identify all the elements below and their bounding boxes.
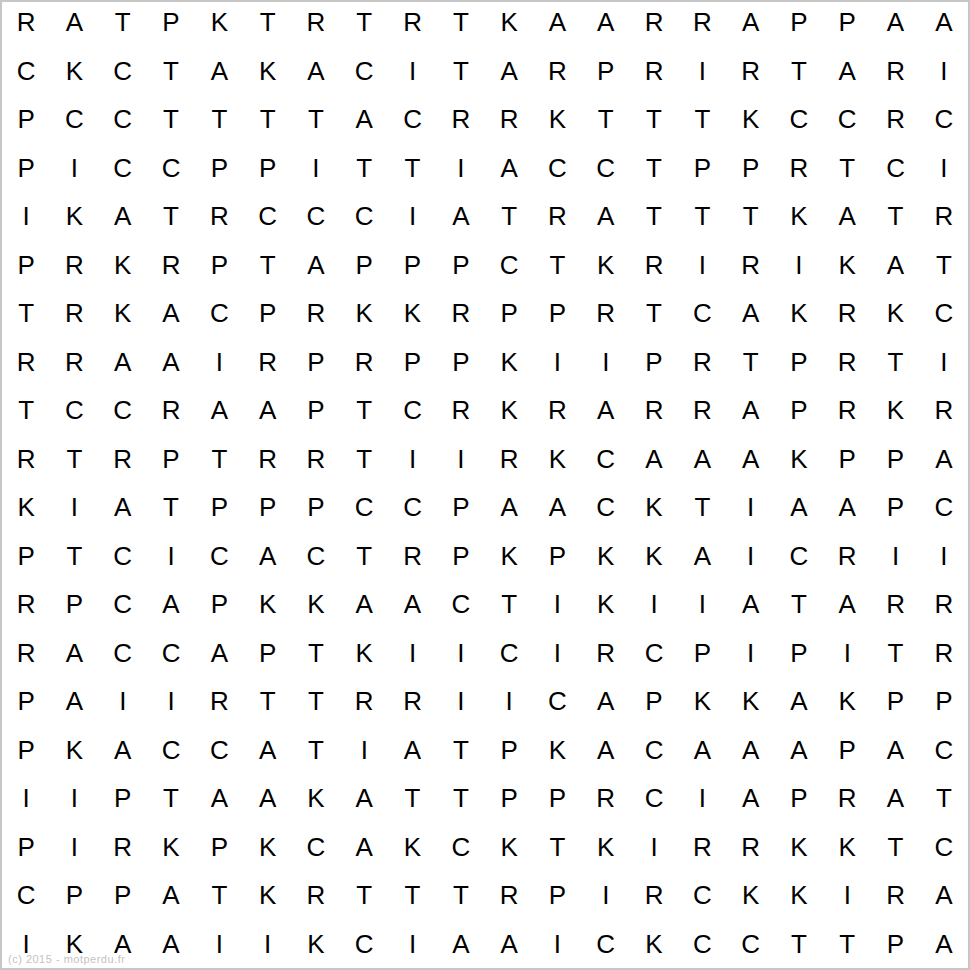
grid-cell[interactable]: C [630, 629, 678, 678]
grid-cell[interactable]: T [871, 629, 919, 678]
grid-cell[interactable]: P [823, 435, 871, 484]
grid-cell[interactable]: P [195, 823, 243, 872]
grid-cell[interactable]: P [630, 338, 678, 387]
grid-cell[interactable]: T [437, 726, 485, 775]
grid-cell[interactable]: I [823, 871, 871, 920]
grid-cell[interactable]: T [437, 774, 485, 823]
grid-cell[interactable]: R [871, 95, 919, 144]
grid-cell[interactable]: P [437, 483, 485, 532]
grid-cell[interactable]: I [2, 774, 50, 823]
grid-cell[interactable]: P [775, 386, 823, 435]
grid-cell[interactable]: I [147, 532, 195, 581]
grid-cell[interactable]: A [485, 920, 533, 969]
grid-cell[interactable]: P [871, 435, 919, 484]
grid-cell[interactable]: I [437, 435, 485, 484]
grid-cell[interactable]: R [147, 241, 195, 290]
grid-cell[interactable]: I [533, 338, 581, 387]
grid-cell[interactable]: I [99, 677, 147, 726]
grid-cell[interactable]: I [871, 532, 919, 581]
grid-cell[interactable]: R [678, 0, 726, 47]
grid-cell[interactable]: T [388, 144, 436, 193]
grid-cell[interactable]: C [920, 823, 968, 872]
grid-cell[interactable]: I [823, 629, 871, 678]
grid-cell[interactable]: R [871, 871, 919, 920]
grid-cell[interactable]: A [147, 289, 195, 338]
grid-cell[interactable]: T [243, 0, 291, 47]
grid-cell[interactable]: C [99, 95, 147, 144]
grid-cell[interactable]: R [775, 144, 823, 193]
grid-cell[interactable]: R [726, 47, 774, 96]
grid-cell[interactable]: P [485, 774, 533, 823]
grid-cell[interactable]: C [678, 289, 726, 338]
grid-cell[interactable]: P [533, 871, 581, 920]
grid-cell[interactable]: A [485, 47, 533, 96]
grid-cell[interactable]: A [147, 920, 195, 969]
grid-cell[interactable]: T [388, 871, 436, 920]
grid-cell[interactable]: R [582, 629, 630, 678]
grid-cell[interactable]: P [99, 871, 147, 920]
grid-cell[interactable]: R [195, 192, 243, 241]
grid-cell[interactable]: I [388, 920, 436, 969]
grid-cell[interactable]: P [243, 483, 291, 532]
grid-cell[interactable]: P [292, 386, 340, 435]
grid-cell[interactable]: A [920, 0, 968, 47]
grid-cell[interactable]: P [533, 774, 581, 823]
grid-cell[interactable]: R [388, 677, 436, 726]
grid-cell[interactable]: K [485, 532, 533, 581]
grid-cell[interactable]: I [388, 435, 436, 484]
grid-cell[interactable]: T [195, 871, 243, 920]
grid-cell[interactable]: P [871, 483, 919, 532]
grid-cell[interactable]: A [726, 580, 774, 629]
grid-cell[interactable]: R [2, 629, 50, 678]
grid-cell[interactable]: K [340, 289, 388, 338]
grid-cell[interactable]: R [533, 47, 581, 96]
grid-cell[interactable]: I [920, 338, 968, 387]
grid-cell[interactable]: T [726, 338, 774, 387]
grid-cell[interactable]: C [147, 144, 195, 193]
grid-cell[interactable]: A [582, 726, 630, 775]
grid-cell[interactable]: P [2, 241, 50, 290]
grid-cell[interactable]: A [871, 0, 919, 47]
grid-cell[interactable]: A [582, 0, 630, 47]
grid-cell[interactable]: A [388, 580, 436, 629]
grid-cell[interactable]: R [630, 386, 678, 435]
grid-cell[interactable]: T [775, 920, 823, 969]
grid-cell[interactable]: P [437, 532, 485, 581]
grid-cell[interactable]: I [533, 920, 581, 969]
grid-cell[interactable]: A [99, 726, 147, 775]
grid-cell[interactable]: T [2, 386, 50, 435]
grid-cell[interactable]: K [292, 920, 340, 969]
grid-cell[interactable]: P [2, 532, 50, 581]
grid-cell[interactable]: K [775, 435, 823, 484]
grid-cell[interactable]: R [50, 241, 98, 290]
grid-cell[interactable]: C [99, 144, 147, 193]
grid-cell[interactable]: T [340, 386, 388, 435]
grid-cell[interactable]: K [582, 823, 630, 872]
grid-cell[interactable]: K [726, 871, 774, 920]
grid-cell[interactable]: P [243, 289, 291, 338]
grid-cell[interactable]: K [630, 920, 678, 969]
grid-cell[interactable]: A [775, 726, 823, 775]
grid-cell[interactable]: K [292, 580, 340, 629]
grid-cell[interactable]: A [533, 483, 581, 532]
grid-cell[interactable]: C [292, 192, 340, 241]
grid-cell[interactable]: A [50, 677, 98, 726]
grid-cell[interactable]: T [292, 629, 340, 678]
grid-cell[interactable]: C [147, 726, 195, 775]
grid-cell[interactable]: R [388, 0, 436, 47]
grid-cell[interactable]: A [147, 338, 195, 387]
grid-cell[interactable]: A [582, 386, 630, 435]
grid-cell[interactable]: A [292, 47, 340, 96]
grid-cell[interactable]: P [775, 0, 823, 47]
grid-cell[interactable]: A [437, 192, 485, 241]
grid-cell[interactable]: I [50, 823, 98, 872]
grid-cell[interactable]: I [2, 192, 50, 241]
grid-cell[interactable]: R [340, 338, 388, 387]
grid-cell[interactable]: R [582, 289, 630, 338]
grid-cell[interactable]: K [582, 241, 630, 290]
grid-cell[interactable]: K [775, 823, 823, 872]
grid-cell[interactable]: I [630, 580, 678, 629]
grid-cell[interactable]: T [340, 532, 388, 581]
grid-cell[interactable]: C [871, 144, 919, 193]
grid-cell[interactable]: P [147, 435, 195, 484]
grid-cell[interactable]: T [340, 871, 388, 920]
grid-cell[interactable]: I [388, 192, 436, 241]
grid-cell[interactable]: P [630, 677, 678, 726]
grid-cell[interactable]: C [533, 677, 581, 726]
grid-cell[interactable]: K [823, 823, 871, 872]
grid-cell[interactable]: K [243, 47, 291, 96]
grid-cell[interactable]: R [437, 95, 485, 144]
grid-cell[interactable]: R [920, 629, 968, 678]
grid-cell[interactable]: K [533, 95, 581, 144]
grid-cell[interactable]: A [823, 580, 871, 629]
grid-cell[interactable]: T [2, 289, 50, 338]
grid-cell[interactable]: A [147, 871, 195, 920]
grid-cell[interactable]: P [775, 774, 823, 823]
grid-cell[interactable]: T [340, 144, 388, 193]
grid-cell[interactable]: C [243, 192, 291, 241]
grid-cell[interactable]: A [871, 241, 919, 290]
grid-cell[interactable]: A [340, 823, 388, 872]
grid-cell[interactable]: T [630, 289, 678, 338]
grid-cell[interactable]: K [50, 192, 98, 241]
grid-cell[interactable]: C [195, 532, 243, 581]
grid-cell[interactable]: R [2, 338, 50, 387]
grid-cell[interactable]: K [871, 289, 919, 338]
grid-cell[interactable]: C [920, 483, 968, 532]
grid-cell[interactable]: R [485, 871, 533, 920]
grid-cell[interactable]: K [485, 338, 533, 387]
grid-cell[interactable]: A [243, 532, 291, 581]
grid-cell[interactable]: K [823, 241, 871, 290]
grid-cell[interactable]: T [99, 0, 147, 47]
grid-cell[interactable]: P [2, 726, 50, 775]
grid-cell[interactable]: K [50, 47, 98, 96]
grid-cell[interactable]: A [292, 241, 340, 290]
grid-cell[interactable]: T [147, 192, 195, 241]
grid-cell[interactable]: A [195, 47, 243, 96]
grid-cell[interactable]: R [485, 435, 533, 484]
grid-cell[interactable]: P [485, 726, 533, 775]
grid-cell[interactable]: I [533, 580, 581, 629]
grid-cell[interactable]: R [2, 435, 50, 484]
grid-cell[interactable]: P [99, 774, 147, 823]
grid-cell[interactable]: P [775, 338, 823, 387]
grid-cell[interactable]: A [775, 677, 823, 726]
grid-cell[interactable]: A [726, 386, 774, 435]
grid-cell[interactable]: R [823, 386, 871, 435]
grid-cell[interactable]: A [99, 192, 147, 241]
grid-cell[interactable]: R [823, 338, 871, 387]
grid-cell[interactable]: T [292, 677, 340, 726]
grid-cell[interactable]: T [485, 192, 533, 241]
grid-cell[interactable]: K [243, 871, 291, 920]
grid-cell[interactable]: P [388, 338, 436, 387]
grid-cell[interactable]: T [147, 483, 195, 532]
grid-cell[interactable]: C [630, 726, 678, 775]
grid-cell[interactable]: R [871, 47, 919, 96]
grid-cell[interactable]: C [582, 920, 630, 969]
grid-cell[interactable]: I [50, 144, 98, 193]
grid-cell[interactable]: R [726, 241, 774, 290]
grid-cell[interactable]: T [147, 774, 195, 823]
grid-cell[interactable]: K [533, 726, 581, 775]
grid-cell[interactable]: I [533, 629, 581, 678]
grid-cell[interactable]: A [871, 774, 919, 823]
grid-cell[interactable]: C [340, 920, 388, 969]
grid-cell[interactable]: T [630, 192, 678, 241]
grid-cell[interactable]: T [243, 241, 291, 290]
grid-cell[interactable]: C [99, 47, 147, 96]
grid-cell[interactable]: R [533, 386, 581, 435]
grid-cell[interactable]: I [437, 144, 485, 193]
grid-cell[interactable]: R [292, 289, 340, 338]
grid-cell[interactable]: P [726, 144, 774, 193]
grid-cell[interactable]: P [437, 241, 485, 290]
grid-cell[interactable]: K [630, 532, 678, 581]
grid-cell[interactable]: C [99, 629, 147, 678]
grid-cell[interactable]: R [2, 580, 50, 629]
grid-cell[interactable]: A [726, 289, 774, 338]
grid-cell[interactable]: C [340, 192, 388, 241]
grid-cell[interactable]: K [775, 289, 823, 338]
grid-cell[interactable]: A [340, 774, 388, 823]
grid-cell[interactable]: P [292, 338, 340, 387]
grid-cell[interactable]: R [292, 871, 340, 920]
grid-cell[interactable]: I [726, 629, 774, 678]
grid-cell[interactable]: T [871, 338, 919, 387]
grid-cell[interactable]: R [243, 435, 291, 484]
grid-cell[interactable]: I [50, 774, 98, 823]
grid-cell[interactable]: I [630, 823, 678, 872]
grid-cell[interactable]: T [388, 774, 436, 823]
grid-cell[interactable]: A [99, 483, 147, 532]
grid-cell[interactable]: A [243, 386, 291, 435]
grid-cell[interactable]: R [678, 386, 726, 435]
grid-cell[interactable]: P [50, 580, 98, 629]
grid-cell[interactable]: R [582, 774, 630, 823]
grid-cell[interactable]: A [533, 0, 581, 47]
grid-cell[interactable]: T [437, 0, 485, 47]
grid-cell[interactable]: R [823, 532, 871, 581]
grid-cell[interactable]: P [485, 289, 533, 338]
grid-cell[interactable]: A [243, 774, 291, 823]
grid-cell[interactable]: A [388, 726, 436, 775]
grid-cell[interactable]: C [388, 386, 436, 435]
grid-cell[interactable]: C [582, 144, 630, 193]
grid-cell[interactable]: P [533, 532, 581, 581]
grid-cell[interactable]: R [292, 435, 340, 484]
grid-cell[interactable]: R [678, 338, 726, 387]
grid-cell[interactable]: A [147, 580, 195, 629]
grid-cell[interactable]: K [678, 677, 726, 726]
grid-cell[interactable]: P [871, 920, 919, 969]
grid-cell[interactable]: I [340, 726, 388, 775]
grid-cell[interactable]: A [485, 483, 533, 532]
grid-cell[interactable]: T [678, 192, 726, 241]
grid-cell[interactable]: T [195, 95, 243, 144]
grid-cell[interactable]: C [388, 95, 436, 144]
grid-cell[interactable]: T [243, 677, 291, 726]
grid-cell[interactable]: I [50, 483, 98, 532]
grid-cell[interactable]: T [50, 435, 98, 484]
grid-cell[interactable]: R [99, 823, 147, 872]
grid-cell[interactable]: R [485, 95, 533, 144]
grid-cell[interactable]: P [195, 483, 243, 532]
grid-cell[interactable]: T [437, 47, 485, 96]
grid-cell[interactable]: C [50, 95, 98, 144]
grid-cell[interactable]: I [678, 241, 726, 290]
grid-cell[interactable]: A [243, 726, 291, 775]
grid-cell[interactable]: R [340, 677, 388, 726]
grid-cell[interactable]: A [871, 726, 919, 775]
grid-cell[interactable]: A [726, 726, 774, 775]
grid-cell[interactable]: K [775, 192, 823, 241]
grid-cell[interactable]: K [243, 823, 291, 872]
grid-cell[interactable]: R [437, 289, 485, 338]
grid-cell[interactable]: P [243, 144, 291, 193]
grid-cell[interactable]: R [2, 0, 50, 47]
grid-cell[interactable]: T [871, 192, 919, 241]
grid-cell[interactable]: K [340, 629, 388, 678]
grid-cell[interactable]: C [775, 532, 823, 581]
grid-cell[interactable]: T [50, 532, 98, 581]
grid-cell[interactable]: K [2, 483, 50, 532]
grid-cell[interactable]: K [630, 483, 678, 532]
grid-cell[interactable]: R [147, 386, 195, 435]
grid-cell[interactable]: T [920, 774, 968, 823]
grid-cell[interactable]: K [582, 532, 630, 581]
grid-cell[interactable]: A [726, 435, 774, 484]
grid-cell[interactable]: A [195, 629, 243, 678]
grid-cell[interactable]: C [340, 47, 388, 96]
grid-cell[interactable]: P [823, 726, 871, 775]
grid-cell[interactable]: T [533, 241, 581, 290]
grid-cell[interactable]: C [582, 435, 630, 484]
grid-cell[interactable]: C [437, 823, 485, 872]
grid-cell[interactable]: A [726, 774, 774, 823]
grid-cell[interactable]: T [630, 144, 678, 193]
grid-cell[interactable]: K [388, 289, 436, 338]
grid-cell[interactable]: R [195, 677, 243, 726]
grid-cell[interactable]: T [147, 47, 195, 96]
grid-cell[interactable]: K [726, 95, 774, 144]
grid-cell[interactable]: K [99, 289, 147, 338]
grid-cell[interactable]: C [99, 532, 147, 581]
grid-cell[interactable]: P [582, 47, 630, 96]
grid-cell[interactable]: R [871, 580, 919, 629]
grid-cell[interactable]: T [340, 0, 388, 47]
grid-cell[interactable]: P [437, 338, 485, 387]
grid-cell[interactable]: C [582, 483, 630, 532]
grid-cell[interactable]: A [99, 338, 147, 387]
grid-cell[interactable]: A [920, 435, 968, 484]
grid-cell[interactable]: R [920, 192, 968, 241]
grid-cell[interactable]: P [678, 144, 726, 193]
grid-cell[interactable]: A [582, 677, 630, 726]
grid-cell[interactable]: A [726, 0, 774, 47]
grid-cell[interactable]: T [678, 95, 726, 144]
grid-cell[interactable]: A [485, 144, 533, 193]
grid-cell[interactable]: R [292, 0, 340, 47]
grid-cell[interactable]: P [2, 95, 50, 144]
grid-cell[interactable]: R [630, 0, 678, 47]
grid-cell[interactable]: A [195, 386, 243, 435]
grid-cell[interactable]: T [437, 871, 485, 920]
grid-cell[interactable]: K [871, 386, 919, 435]
grid-cell[interactable]: I [678, 580, 726, 629]
grid-cell[interactable]: A [340, 95, 388, 144]
grid-cell[interactable]: P [871, 677, 919, 726]
grid-cell[interactable]: P [920, 677, 968, 726]
grid-cell[interactable]: A [823, 483, 871, 532]
grid-cell[interactable]: C [920, 726, 968, 775]
grid-cell[interactable]: C [485, 629, 533, 678]
grid-cell[interactable]: P [243, 629, 291, 678]
grid-cell[interactable]: A [437, 920, 485, 969]
grid-cell[interactable]: P [678, 629, 726, 678]
grid-cell[interactable]: K [485, 386, 533, 435]
grid-cell[interactable]: A [920, 920, 968, 969]
grid-cell[interactable]: I [582, 338, 630, 387]
grid-cell[interactable]: I [292, 144, 340, 193]
grid-cell[interactable]: T [920, 241, 968, 290]
grid-cell[interactable]: A [823, 192, 871, 241]
grid-cell[interactable]: P [195, 144, 243, 193]
grid-cell[interactable]: R [630, 241, 678, 290]
grid-cell[interactable]: K [775, 871, 823, 920]
grid-cell[interactable]: T [823, 144, 871, 193]
grid-cell[interactable]: P [2, 144, 50, 193]
grid-cell[interactable]: T [823, 920, 871, 969]
grid-cell[interactable]: P [533, 289, 581, 338]
grid-cell[interactable]: C [630, 774, 678, 823]
grid-cell[interactable]: P [50, 871, 98, 920]
grid-cell[interactable]: K [533, 435, 581, 484]
grid-cell[interactable]: R [437, 386, 485, 435]
grid-cell[interactable]: P [195, 580, 243, 629]
grid-cell[interactable]: R [630, 871, 678, 920]
grid-cell[interactable]: P [2, 677, 50, 726]
grid-cell[interactable]: K [292, 774, 340, 823]
grid-cell[interactable]: T [292, 95, 340, 144]
grid-cell[interactable]: A [195, 774, 243, 823]
